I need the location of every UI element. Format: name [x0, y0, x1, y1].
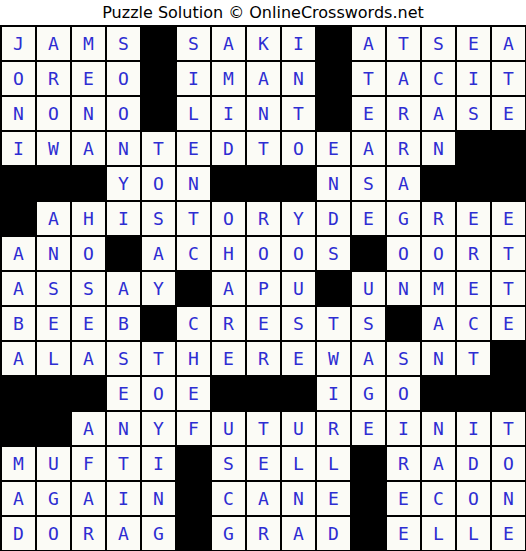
grid-cell: A: [72, 482, 105, 515]
black-cell: [2, 167, 35, 200]
black-cell: [317, 27, 350, 60]
grid-cell: D: [317, 202, 350, 235]
grid-cell: I: [107, 202, 140, 235]
black-cell: [177, 517, 210, 550]
grid-cell: T: [142, 342, 175, 375]
grid-cell: A: [492, 27, 525, 60]
black-cell: [247, 167, 280, 200]
grid-cell: R: [247, 202, 280, 235]
grid-cell: R: [387, 447, 420, 480]
black-cell: [492, 132, 525, 165]
grid-cell: R: [387, 132, 420, 165]
grid-cell: A: [107, 272, 140, 305]
grid-cell: R: [247, 517, 280, 550]
page-title: Puzzle Solution © OnlineCrosswords.net: [0, 0, 526, 25]
grid-cell: S: [387, 342, 420, 375]
grid-cell: L: [177, 97, 210, 130]
grid-cell: P: [247, 272, 280, 305]
grid-cell: I: [177, 62, 210, 95]
grid-cell: N: [142, 482, 175, 515]
grid-cell: R: [422, 202, 455, 235]
grid-cell: S: [107, 342, 140, 375]
grid-cell: E: [387, 517, 420, 550]
grid-cell: A: [247, 482, 280, 515]
grid-cell: I: [142, 447, 175, 480]
grid-cell: M: [422, 272, 455, 305]
grid-cell: N: [387, 272, 420, 305]
grid-cell: L: [282, 447, 315, 480]
grid-cell: A: [282, 517, 315, 550]
grid-cell: Y: [107, 167, 140, 200]
grid-cell: O: [387, 237, 420, 270]
grid-cell: W: [317, 342, 350, 375]
grid-cell: N: [72, 97, 105, 130]
grid-cell: A: [37, 202, 70, 235]
grid-cell: I: [282, 27, 315, 60]
grid-cell: E: [492, 517, 525, 550]
black-cell: [142, 307, 175, 340]
grid-cell: C: [457, 307, 490, 340]
black-cell: [2, 202, 35, 235]
grid-cell: A: [422, 447, 455, 480]
black-cell: [247, 377, 280, 410]
grid-cell: E: [387, 482, 420, 515]
grid-cell: E: [282, 342, 315, 375]
grid-cell: E: [177, 132, 210, 165]
grid-cell: O: [492, 447, 525, 480]
grid-cell: R: [37, 62, 70, 95]
grid-cell: O: [457, 482, 490, 515]
grid-cell: B: [107, 307, 140, 340]
grid-cell: H: [212, 237, 245, 270]
grid-cell: S: [177, 27, 210, 60]
crossword-grid: JAMSSAKIATSEAOREOIMANTACITNONOLINTERASEI…: [0, 25, 526, 551]
grid-cell: A: [72, 132, 105, 165]
grid-cell: S: [422, 27, 455, 60]
grid-cell: T: [247, 412, 280, 445]
grid-cell: O: [142, 377, 175, 410]
grid-cell: T: [142, 132, 175, 165]
grid-cell: D: [317, 517, 350, 550]
grid-cell: F: [72, 447, 105, 480]
black-cell: [107, 237, 140, 270]
grid-cell: A: [422, 307, 455, 340]
grid-cell: Y: [142, 272, 175, 305]
grid-cell: T: [107, 447, 140, 480]
grid-cell: A: [72, 342, 105, 375]
grid-cell: N: [247, 97, 280, 130]
grid-cell: N: [282, 62, 315, 95]
grid-cell: I: [212, 97, 245, 130]
grid-cell: R: [212, 307, 245, 340]
grid-cell: O: [212, 202, 245, 235]
grid-cell: N: [107, 132, 140, 165]
grid-cell: A: [72, 412, 105, 445]
black-cell: [282, 167, 315, 200]
grid-cell: I: [457, 412, 490, 445]
grid-cell: S: [352, 307, 385, 340]
black-cell: [457, 132, 490, 165]
grid-cell: Y: [142, 412, 175, 445]
grid-cell: T: [177, 202, 210, 235]
black-cell: [72, 377, 105, 410]
grid-cell: D: [212, 132, 245, 165]
grid-cell: U: [282, 272, 315, 305]
black-cell: [457, 167, 490, 200]
grid-cell: E: [177, 377, 210, 410]
grid-cell: S: [352, 167, 385, 200]
black-cell: [142, 27, 175, 60]
grid-cell: F: [177, 412, 210, 445]
grid-cell: L: [422, 517, 455, 550]
grid-cell: E: [492, 97, 525, 130]
black-cell: [492, 342, 525, 375]
grid-cell: L: [37, 342, 70, 375]
black-cell: [142, 62, 175, 95]
grid-cell: E: [352, 97, 385, 130]
grid-cell: E: [352, 202, 385, 235]
grid-cell: O: [282, 237, 315, 270]
grid-cell: U: [352, 272, 385, 305]
grid-cell: R: [317, 412, 350, 445]
grid-cell: L: [457, 517, 490, 550]
grid-cell: T: [282, 97, 315, 130]
grid-cell: G: [142, 517, 175, 550]
grid-cell: D: [457, 447, 490, 480]
grid-cell: N: [37, 237, 70, 270]
grid-cell: E: [247, 447, 280, 480]
grid-cell: C: [212, 482, 245, 515]
black-cell: [2, 377, 35, 410]
black-cell: [37, 412, 70, 445]
grid-cell: A: [2, 272, 35, 305]
grid-cell: N: [422, 412, 455, 445]
grid-cell: E: [247, 307, 280, 340]
grid-cell: A: [37, 27, 70, 60]
grid-cell: E: [212, 342, 245, 375]
grid-cell: S: [317, 237, 350, 270]
grid-cell: T: [352, 62, 385, 95]
grid-cell: N: [422, 342, 455, 375]
black-cell: [177, 482, 210, 515]
black-cell: [317, 97, 350, 130]
black-cell: [37, 377, 70, 410]
grid-cell: A: [352, 342, 385, 375]
grid-cell: E: [317, 482, 350, 515]
grid-cell: U: [212, 412, 245, 445]
grid-cell: T: [247, 132, 280, 165]
grid-cell: B: [2, 307, 35, 340]
grid-cell: I: [317, 377, 350, 410]
black-cell: [177, 447, 210, 480]
grid-cell: U: [37, 447, 70, 480]
grid-cell: O: [107, 97, 140, 130]
grid-cell: S: [282, 307, 315, 340]
grid-cell: O: [2, 62, 35, 95]
black-cell: [317, 272, 350, 305]
black-cell: [352, 237, 385, 270]
grid-cell: A: [107, 517, 140, 550]
black-cell: [422, 377, 455, 410]
black-cell: [142, 97, 175, 130]
grid-cell: A: [2, 342, 35, 375]
grid-cell: W: [37, 132, 70, 165]
grid-cell: T: [492, 237, 525, 270]
grid-cell: N: [492, 482, 525, 515]
grid-cell: A: [2, 237, 35, 270]
grid-cell: A: [2, 482, 35, 515]
grid-cell: A: [212, 27, 245, 60]
black-cell: [352, 447, 385, 480]
grid-cell: N: [282, 482, 315, 515]
grid-cell: O: [282, 132, 315, 165]
black-cell: [352, 517, 385, 550]
grid-cell: R: [387, 97, 420, 130]
grid-cell: M: [72, 27, 105, 60]
grid-cell: A: [387, 62, 420, 95]
grid-cell: E: [492, 307, 525, 340]
grid-cell: G: [37, 482, 70, 515]
grid-cell: L: [317, 447, 350, 480]
black-cell: [492, 167, 525, 200]
grid-cell: O: [142, 167, 175, 200]
grid-cell: S: [142, 202, 175, 235]
grid-cell: A: [387, 167, 420, 200]
black-cell: [72, 167, 105, 200]
grid-cell: T: [457, 342, 490, 375]
grid-cell: T: [492, 412, 525, 445]
grid-cell: J: [2, 27, 35, 60]
grid-cell: O: [37, 517, 70, 550]
black-cell: [37, 167, 70, 200]
black-cell: [282, 377, 315, 410]
grid-cell: A: [247, 62, 280, 95]
black-cell: [352, 482, 385, 515]
grid-cell: I: [387, 412, 420, 445]
grid-cell: I: [107, 482, 140, 515]
grid-cell: T: [492, 272, 525, 305]
grid-cell: E: [457, 27, 490, 60]
black-cell: [422, 167, 455, 200]
grid-cell: D: [2, 517, 35, 550]
grid-cell: E: [37, 307, 70, 340]
grid-cell: C: [177, 307, 210, 340]
grid-cell: C: [177, 237, 210, 270]
grid-cell: O: [422, 237, 455, 270]
grid-cell: R: [72, 517, 105, 550]
grid-cell: O: [37, 97, 70, 130]
grid-cell: E: [317, 132, 350, 165]
grid-cell: A: [422, 97, 455, 130]
black-cell: [457, 377, 490, 410]
grid-cell: T: [387, 27, 420, 60]
grid-cell: A: [352, 132, 385, 165]
grid-cell: R: [247, 342, 280, 375]
grid-cell: N: [422, 132, 455, 165]
black-cell: [317, 62, 350, 95]
grid-cell: I: [457, 62, 490, 95]
grid-cell: E: [457, 272, 490, 305]
grid-cell: T: [492, 62, 525, 95]
grid-cell: C: [422, 482, 455, 515]
grid-cell: S: [37, 272, 70, 305]
grid-cell: G: [352, 377, 385, 410]
grid-cell: M: [2, 447, 35, 480]
grid-cell: E: [72, 62, 105, 95]
grid-cell: R: [457, 237, 490, 270]
grid-cell: E: [457, 202, 490, 235]
black-cell: [492, 377, 525, 410]
grid-cell: S: [72, 272, 105, 305]
grid-cell: K: [247, 27, 280, 60]
black-cell: [177, 272, 210, 305]
grid-cell: Y: [282, 202, 315, 235]
black-cell: [212, 377, 245, 410]
grid-cell: O: [247, 237, 280, 270]
grid-cell: N: [2, 97, 35, 130]
grid-cell: U: [282, 412, 315, 445]
grid-cell: M: [212, 62, 245, 95]
black-cell: [387, 307, 420, 340]
grid-cell: A: [352, 27, 385, 60]
grid-cell: G: [212, 517, 245, 550]
grid-cell: H: [177, 342, 210, 375]
grid-cell: I: [2, 132, 35, 165]
grid-cell: S: [212, 447, 245, 480]
grid-cell: T: [317, 307, 350, 340]
grid-cell: E: [352, 412, 385, 445]
grid-cell: N: [317, 167, 350, 200]
grid-cell: N: [177, 167, 210, 200]
grid-cell: O: [387, 377, 420, 410]
grid-cell: G: [387, 202, 420, 235]
grid-cell: O: [72, 237, 105, 270]
grid-cell: E: [107, 377, 140, 410]
grid-cell: E: [72, 307, 105, 340]
grid-cell: A: [142, 237, 175, 270]
grid-cell: A: [212, 272, 245, 305]
grid-cell: S: [107, 27, 140, 60]
black-cell: [212, 167, 245, 200]
black-cell: [2, 412, 35, 445]
grid-cell: C: [422, 62, 455, 95]
grid-cell: N: [107, 412, 140, 445]
grid-cell: H: [72, 202, 105, 235]
grid-cell: S: [457, 97, 490, 130]
grid-cell: E: [492, 202, 525, 235]
grid-cell: O: [107, 62, 140, 95]
